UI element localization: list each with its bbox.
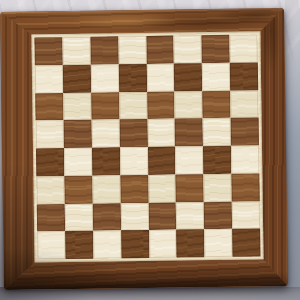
square-r1c5[interactable] <box>146 36 174 64</box>
square-r4c6[interactable] <box>175 118 203 146</box>
square-r5c8[interactable] <box>231 145 259 173</box>
square-r3c7[interactable] <box>202 90 230 118</box>
square-r5c6[interactable] <box>175 146 203 174</box>
board-grid <box>34 34 260 259</box>
square-r4c4[interactable] <box>119 119 147 147</box>
square-r2c3[interactable] <box>91 64 119 92</box>
square-r3c5[interactable] <box>147 91 175 119</box>
square-r6c5[interactable] <box>148 174 176 202</box>
square-r1c8[interactable] <box>230 34 258 62</box>
square-r2c8[interactable] <box>230 62 258 90</box>
square-r8c2[interactable] <box>65 231 93 259</box>
board-frame-bottom <box>4 259 288 290</box>
square-r6c7[interactable] <box>204 174 232 202</box>
board-frame-left <box>0 12 35 290</box>
square-r4c7[interactable] <box>203 118 231 146</box>
square-r7c6[interactable] <box>176 202 204 230</box>
square-r7c3[interactable] <box>93 203 121 231</box>
square-r1c4[interactable] <box>118 36 146 64</box>
square-r4c5[interactable] <box>147 119 175 147</box>
square-r4c1[interactable] <box>36 120 64 148</box>
square-r2c6[interactable] <box>174 63 202 91</box>
square-r5c3[interactable] <box>92 147 120 175</box>
square-r8c3[interactable] <box>93 231 121 259</box>
square-r1c3[interactable] <box>90 36 118 64</box>
square-r3c8[interactable] <box>230 90 258 118</box>
scene <box>0 0 300 300</box>
square-r3c2[interactable] <box>63 92 91 120</box>
square-r7c5[interactable] <box>148 202 176 230</box>
square-r4c8[interactable] <box>231 118 259 146</box>
square-r6c2[interactable] <box>64 175 92 203</box>
square-r1c2[interactable] <box>62 37 90 65</box>
board-frame-right <box>260 8 288 286</box>
square-r2c2[interactable] <box>63 64 91 92</box>
square-r8c4[interactable] <box>121 230 149 258</box>
square-r7c7[interactable] <box>204 201 232 229</box>
square-r6c1[interactable] <box>36 176 64 204</box>
square-r3c6[interactable] <box>175 91 203 119</box>
square-r1c6[interactable] <box>174 35 202 63</box>
square-r6c6[interactable] <box>176 174 204 202</box>
square-r5c5[interactable] <box>147 147 175 175</box>
square-r7c2[interactable] <box>65 203 93 231</box>
chess-board <box>0 8 288 290</box>
square-r5c1[interactable] <box>36 148 64 176</box>
square-r7c1[interactable] <box>37 204 65 232</box>
square-r8c7[interactable] <box>204 229 232 257</box>
square-r3c4[interactable] <box>119 91 147 119</box>
square-r1c7[interactable] <box>202 35 230 63</box>
square-r8c5[interactable] <box>149 230 177 258</box>
square-r8c8[interactable] <box>232 229 260 257</box>
square-r3c1[interactable] <box>35 93 63 121</box>
square-r5c7[interactable] <box>203 146 231 174</box>
square-r6c4[interactable] <box>120 175 148 203</box>
square-r1c1[interactable] <box>34 37 62 65</box>
square-r6c8[interactable] <box>231 173 259 201</box>
square-r4c3[interactable] <box>91 120 119 148</box>
square-r7c4[interactable] <box>120 202 148 230</box>
square-r5c4[interactable] <box>120 147 148 175</box>
square-r4c2[interactable] <box>63 120 91 148</box>
square-r6c3[interactable] <box>92 175 120 203</box>
square-r2c4[interactable] <box>118 64 146 92</box>
board-inlay-border <box>31 31 263 262</box>
square-r2c7[interactable] <box>202 63 230 91</box>
square-r5c2[interactable] <box>64 148 92 176</box>
square-r3c3[interactable] <box>91 92 119 120</box>
square-r7c8[interactable] <box>232 201 260 229</box>
square-r8c1[interactable] <box>37 231 65 259</box>
square-r2c1[interactable] <box>35 65 63 93</box>
square-r8c6[interactable] <box>177 229 205 257</box>
square-r2c5[interactable] <box>146 63 174 91</box>
